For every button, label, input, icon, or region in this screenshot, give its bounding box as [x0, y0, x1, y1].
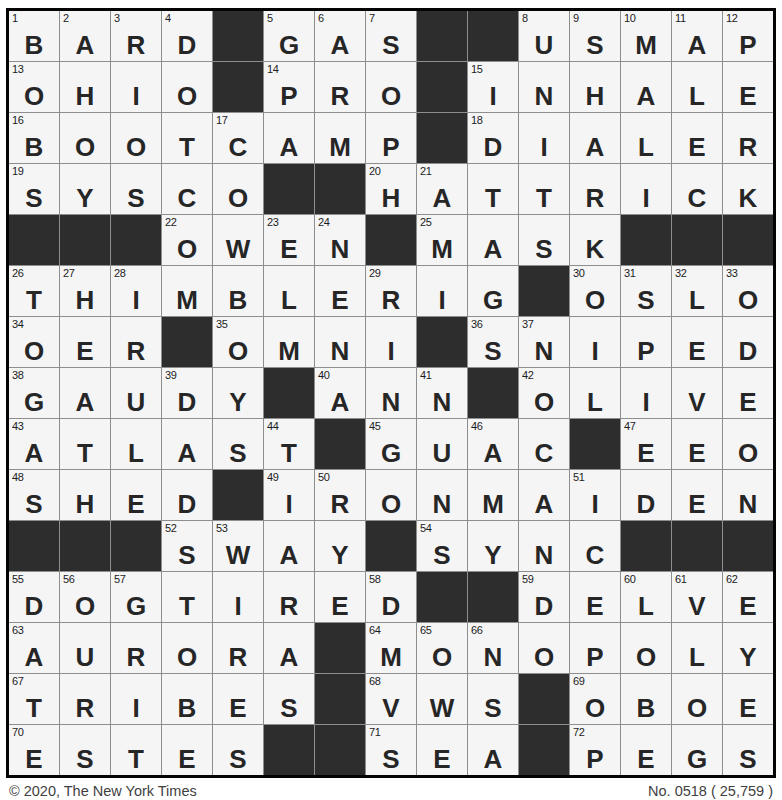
cell-letter: B — [621, 694, 671, 722]
clue-number: 30 — [573, 267, 585, 280]
cell-letter: E — [162, 745, 212, 773]
cell-r3c14[interactable]: E — [672, 113, 722, 163]
cell-r13c8[interactable]: 64M — [366, 623, 416, 673]
cell-r9c3[interactable]: L — [111, 419, 161, 469]
cell-r8c1[interactable]: 38G — [9, 368, 59, 418]
cell-letter: E — [570, 592, 620, 620]
cell-r10c3[interactable]: E — [111, 470, 161, 520]
cell-r2c10[interactable]: 15I — [468, 62, 518, 112]
clue-number: 3 — [114, 12, 120, 25]
cell-r14c13[interactable]: B — [621, 674, 671, 724]
cell-letter: O — [9, 337, 59, 365]
cell-letter: I — [570, 490, 620, 518]
cell-r13c11[interactable]: O — [519, 623, 569, 673]
cell-letter: I — [621, 184, 671, 212]
cell-letter: O — [366, 490, 416, 518]
cell-letter: E — [672, 490, 722, 518]
cell-r11c5[interactable]: 53W — [213, 521, 263, 571]
cell-r9c6[interactable]: 44T — [264, 419, 314, 469]
cell-r12c13[interactable]: 60L — [621, 572, 671, 622]
cell-r5c12[interactable]: K — [570, 215, 620, 265]
cell-r10c12[interactable]: 51I — [570, 470, 620, 520]
clue-number: 28 — [114, 267, 126, 280]
cell-letter: D — [621, 490, 671, 518]
cell-r13c1[interactable]: 63A — [9, 623, 59, 673]
cell-r2c2[interactable]: H — [60, 62, 110, 112]
cell-r6c1[interactable]: 26T — [9, 266, 59, 316]
clue-number: 12 — [726, 12, 738, 25]
cell-r1c8[interactable]: 7S — [366, 11, 416, 61]
cell-r3c3[interactable]: O — [111, 113, 161, 163]
cell-r13c9[interactable]: 65O — [417, 623, 467, 673]
cell-r4c8[interactable]: 20H — [366, 164, 416, 214]
cell-r12c15[interactable]: 62E — [723, 572, 773, 622]
cell-r14c1[interactable]: 67T — [9, 674, 59, 724]
cell-r11c4[interactable]: 52S — [162, 521, 212, 571]
cell-r7c12[interactable]: I — [570, 317, 620, 367]
cell-r1c11[interactable]: 8U — [519, 11, 569, 61]
cell-r8c8[interactable]: N — [366, 368, 416, 418]
cell-r13c13[interactable]: O — [621, 623, 671, 673]
crossword-page: 1B2A3R4D5G6A7S8U9S10M11A12P13OHIO14PRO15… — [0, 8, 782, 800]
cell-r10c9[interactable]: N — [417, 470, 467, 520]
cell-r6c15[interactable]: 33O — [723, 266, 773, 316]
cell-r4c12[interactable]: R — [570, 164, 620, 214]
clue-number: 8 — [522, 12, 528, 25]
cell-r5c7[interactable]: 24N — [315, 215, 365, 265]
cell-letter: R — [111, 337, 161, 365]
cell-r14c15[interactable]: E — [723, 674, 773, 724]
cell-r4c13[interactable]: I — [621, 164, 671, 214]
cell-r13c6[interactable]: A — [264, 623, 314, 673]
cell-r13c15[interactable]: Y — [723, 623, 773, 673]
cell-r4c14[interactable]: C — [672, 164, 722, 214]
cell-letter: W — [213, 235, 263, 263]
cell-r10c11[interactable]: A — [519, 470, 569, 520]
cell-r5c10[interactable]: A — [468, 215, 518, 265]
clue-number: 53 — [216, 522, 228, 535]
cell-letter: I — [111, 694, 161, 722]
cell-r4c5[interactable]: O — [213, 164, 263, 214]
cell-letter: N — [366, 388, 416, 416]
cell-r7c13[interactable]: P — [621, 317, 671, 367]
cell-letter: E — [672, 133, 722, 161]
black-cell-r3c9 — [417, 113, 467, 163]
cell-r3c4[interactable]: T — [162, 113, 212, 163]
cell-letter: I — [264, 490, 314, 518]
cell-r9c1[interactable]: 43A — [9, 419, 59, 469]
cell-r6c12[interactable]: 30O — [570, 266, 620, 316]
cell-letter: O — [570, 286, 620, 314]
cell-letter: E — [621, 745, 671, 773]
clue-number: 22 — [165, 216, 177, 229]
cell-r7c5[interactable]: 35O — [213, 317, 263, 367]
cell-r10c15[interactable]: N — [723, 470, 773, 520]
cell-letter: P — [570, 643, 620, 671]
cell-letter: N — [417, 388, 467, 416]
cell-letter: O — [621, 643, 671, 671]
clue-number: 25 — [420, 216, 432, 229]
cell-r10c7[interactable]: 50R — [315, 470, 365, 520]
cell-r1c1[interactable]: 1B — [9, 11, 59, 61]
cell-r8c3[interactable]: U — [111, 368, 161, 418]
cell-letter: I — [366, 337, 416, 365]
cell-r5c4[interactable]: 22O — [162, 215, 212, 265]
cell-r6c3[interactable]: 28I — [111, 266, 161, 316]
cell-r15c4[interactable]: E — [162, 725, 212, 775]
cell-r15c5[interactable]: S — [213, 725, 263, 775]
cell-letter: P — [621, 337, 671, 365]
black-cell-r7c4 — [162, 317, 212, 367]
cell-r14c6[interactable]: S — [264, 674, 314, 724]
clue-number: 11 — [675, 12, 686, 25]
cell-r8c12[interactable]: L — [570, 368, 620, 418]
cell-r8c15[interactable]: E — [723, 368, 773, 418]
cell-r12c5[interactable]: I — [213, 572, 263, 622]
black-cell-r1c5 — [213, 11, 263, 61]
cell-r15c2[interactable]: S — [60, 725, 110, 775]
cell-r13c5[interactable]: R — [213, 623, 263, 673]
cell-r15c15[interactable]: S — [723, 725, 773, 775]
cell-letter: Y — [315, 541, 365, 569]
cell-r1c4[interactable]: 4D — [162, 11, 212, 61]
clue-number: 15 — [471, 63, 483, 76]
clue-number: 70 — [12, 726, 24, 739]
cell-r6c10[interactable]: G — [468, 266, 518, 316]
cell-letter: B — [162, 694, 212, 722]
cell-r3c12[interactable]: A — [570, 113, 620, 163]
cell-r4c1[interactable]: 19S — [9, 164, 59, 214]
cell-r13c10[interactable]: 66N — [468, 623, 518, 673]
cell-r10c14[interactable]: E — [672, 470, 722, 520]
cell-r9c9[interactable]: U — [417, 419, 467, 469]
cell-r9c15[interactable]: O — [723, 419, 773, 469]
cell-r15c10[interactable]: A — [468, 725, 518, 775]
cell-r15c12[interactable]: 72P — [570, 725, 620, 775]
cell-r8c7[interactable]: 40A — [315, 368, 365, 418]
cell-r15c9[interactable]: E — [417, 725, 467, 775]
cell-r7c6[interactable]: M — [264, 317, 314, 367]
cell-r15c1[interactable]: 70E — [9, 725, 59, 775]
black-cell-r7c9 — [417, 317, 467, 367]
cell-letter: O — [9, 82, 59, 110]
cell-r3c7[interactable]: M — [315, 113, 365, 163]
cell-r1c2[interactable]: 2A — [60, 11, 110, 61]
cell-r2c14[interactable]: L — [672, 62, 722, 112]
cell-r12c7[interactable]: E — [315, 572, 365, 622]
cell-letter: S — [468, 694, 518, 722]
cell-letter: H — [570, 82, 620, 110]
cell-r14c2[interactable]: R — [60, 674, 110, 724]
cell-r12c2[interactable]: 56O — [60, 572, 110, 622]
cell-r14c8[interactable]: 68V — [366, 674, 416, 724]
cell-letter: R — [111, 31, 161, 59]
cell-r7c2[interactable]: E — [60, 317, 110, 367]
cell-r13c4[interactable]: O — [162, 623, 212, 673]
cell-r1c15[interactable]: 12P — [723, 11, 773, 61]
cell-r3c6[interactable]: A — [264, 113, 314, 163]
cell-r2c7[interactable]: R — [315, 62, 365, 112]
cell-r5c9[interactable]: 25M — [417, 215, 467, 265]
clue-number: 45 — [369, 420, 381, 433]
cell-letter: D — [162, 31, 212, 59]
cell-r6c13[interactable]: 31S — [621, 266, 671, 316]
cell-r6c4[interactable]: M — [162, 266, 212, 316]
cell-letter: E — [621, 439, 671, 467]
cell-r3c5[interactable]: 17C — [213, 113, 263, 163]
cell-letter: L — [672, 643, 722, 671]
cell-r4c4[interactable]: C — [162, 164, 212, 214]
black-cell-r5c2 — [60, 215, 110, 265]
cell-letter: A — [315, 388, 365, 416]
cell-r2c6[interactable]: 14P — [264, 62, 314, 112]
cell-r5c6[interactable]: 23E — [264, 215, 314, 265]
cell-r4c15[interactable]: K — [723, 164, 773, 214]
cell-letter: T — [519, 184, 569, 212]
cell-letter: R — [315, 82, 365, 110]
cell-r3c11[interactable]: I — [519, 113, 569, 163]
cell-r4c11[interactable]: T — [519, 164, 569, 214]
cell-r3c10[interactable]: 18D — [468, 113, 518, 163]
cell-r7c14[interactable]: E — [672, 317, 722, 367]
cell-r7c8[interactable]: I — [366, 317, 416, 367]
cell-r6c14[interactable]: 32L — [672, 266, 722, 316]
cell-r11c10[interactable]: Y — [468, 521, 518, 571]
cell-r2c15[interactable]: E — [723, 62, 773, 112]
clue-number: 65 — [420, 624, 432, 637]
crossword-grid: 1B2A3R4D5G6A7S8U9S10M11A12P13OHIO14PRO15… — [6, 8, 776, 778]
cell-r4c10[interactable]: T — [468, 164, 518, 214]
cell-r8c2[interactable]: A — [60, 368, 110, 418]
cell-r12c12[interactable]: E — [570, 572, 620, 622]
cell-r12c8[interactable]: 58D — [366, 572, 416, 622]
clue-number: 14 — [267, 63, 279, 76]
cell-r10c13[interactable]: D — [621, 470, 671, 520]
clue-number: 71 — [369, 726, 381, 739]
clue-number: 39 — [165, 369, 177, 382]
cell-r13c12[interactable]: P — [570, 623, 620, 673]
cell-letter: D — [366, 592, 416, 620]
clue-number: 41 — [420, 369, 432, 382]
cell-letter: A — [468, 439, 518, 467]
cell-r9c10[interactable]: 46A — [468, 419, 518, 469]
cell-r12c3[interactable]: 57G — [111, 572, 161, 622]
cell-r13c14[interactable]: L — [672, 623, 722, 673]
cell-letter: I — [570, 337, 620, 365]
cell-r9c5[interactable]: S — [213, 419, 263, 469]
clue-number: 69 — [573, 675, 585, 688]
cell-r11c7[interactable]: Y — [315, 521, 365, 571]
cell-letter: E — [723, 388, 773, 416]
cell-r2c13[interactable]: A — [621, 62, 671, 112]
cell-letter: H — [60, 286, 110, 314]
black-cell-r11c3 — [111, 521, 161, 571]
cell-letter: B — [213, 286, 263, 314]
cell-r14c9[interactable]: W — [417, 674, 467, 724]
clue-number: 66 — [471, 624, 483, 637]
cell-letter: I — [111, 82, 161, 110]
black-cell-r9c7 — [315, 419, 365, 469]
cell-r8c4[interactable]: 39D — [162, 368, 212, 418]
clue-number: 43 — [12, 420, 24, 433]
cell-r8c5[interactable]: Y — [213, 368, 263, 418]
cell-r15c8[interactable]: 71S — [366, 725, 416, 775]
cell-r15c13[interactable]: E — [621, 725, 671, 775]
cell-r13c3[interactable]: R — [111, 623, 161, 673]
cell-letter: S — [162, 541, 212, 569]
cell-letter: N — [315, 337, 365, 365]
cell-r14c12[interactable]: 69O — [570, 674, 620, 724]
cell-letter: S — [366, 31, 416, 59]
cell-letter: M — [468, 490, 518, 518]
cell-r15c14[interactable]: G — [672, 725, 722, 775]
cell-letter: S — [519, 235, 569, 263]
cell-r3c15[interactable]: R — [723, 113, 773, 163]
cell-r11c12[interactable]: C — [570, 521, 620, 571]
cell-letter: D — [519, 592, 569, 620]
cell-r1c6[interactable]: 5G — [264, 11, 314, 61]
cell-r1c7[interactable]: 6A — [315, 11, 365, 61]
black-cell-r8c6 — [264, 368, 314, 418]
cell-r12c4[interactable]: T — [162, 572, 212, 622]
cell-r7c11[interactable]: 37N — [519, 317, 569, 367]
cell-letter: R — [213, 643, 263, 671]
cell-r11c9[interactable]: 54S — [417, 521, 467, 571]
cell-letter: T — [264, 439, 314, 467]
cell-letter: E — [723, 694, 773, 722]
cell-r8c9[interactable]: 41N — [417, 368, 467, 418]
cell-letter: V — [366, 694, 416, 722]
cell-letter: U — [111, 388, 161, 416]
cell-r4c9[interactable]: 21A — [417, 164, 467, 214]
cell-r3c13[interactable]: L — [621, 113, 671, 163]
cell-r6c9[interactable]: I — [417, 266, 467, 316]
cell-r4c2[interactable]: Y — [60, 164, 110, 214]
cell-r7c3[interactable]: R — [111, 317, 161, 367]
puzzle-number: No. 0518 ( 25,759 ) — [648, 783, 773, 799]
cell-r9c2[interactable]: T — [60, 419, 110, 469]
cell-r15c3[interactable]: T — [111, 725, 161, 775]
cell-r8c11[interactable]: 42O — [519, 368, 569, 418]
cell-r12c11[interactable]: 59D — [519, 572, 569, 622]
cell-r2c3[interactable]: I — [111, 62, 161, 112]
cell-letter: O — [519, 643, 569, 671]
cell-r10c10[interactable]: M — [468, 470, 518, 520]
cell-r2c4[interactable]: O — [162, 62, 212, 112]
cell-r11c11[interactable]: N — [519, 521, 569, 571]
cell-letter: D — [723, 337, 773, 365]
cell-letter: S — [9, 184, 59, 212]
cell-r2c1[interactable]: 13O — [9, 62, 59, 112]
cell-r6c2[interactable]: 27H — [60, 266, 110, 316]
cell-r4c3[interactable]: S — [111, 164, 161, 214]
cell-r10c4[interactable]: D — [162, 470, 212, 520]
cell-r9c13[interactable]: 47E — [621, 419, 671, 469]
black-cell-r14c7 — [315, 674, 365, 724]
cell-r10c1[interactable]: 48S — [9, 470, 59, 520]
cell-letter: A — [417, 184, 467, 212]
cell-r11c6[interactable]: A — [264, 521, 314, 571]
cell-r7c1[interactable]: 34O — [9, 317, 59, 367]
cell-r6c6[interactable]: L — [264, 266, 314, 316]
cell-letter: C — [570, 541, 620, 569]
cell-letter: N — [519, 541, 569, 569]
cell-r9c14[interactable]: E — [672, 419, 722, 469]
cell-r12c14[interactable]: 61V — [672, 572, 722, 622]
cell-letter: O — [519, 388, 569, 416]
cell-letter: A — [9, 643, 59, 671]
cell-r7c10[interactable]: 36S — [468, 317, 518, 367]
cell-letter: E — [213, 694, 263, 722]
cell-r14c5[interactable]: E — [213, 674, 263, 724]
cell-r14c4[interactable]: B — [162, 674, 212, 724]
cell-r8c14[interactable]: V — [672, 368, 722, 418]
clue-number: 2 — [63, 12, 69, 25]
cell-letter: A — [468, 235, 518, 263]
cell-letter: A — [60, 388, 110, 416]
cell-r9c8[interactable]: 45G — [366, 419, 416, 469]
black-cell-r11c2 — [60, 521, 110, 571]
cell-r6c8[interactable]: 29R — [366, 266, 416, 316]
cell-r10c6[interactable]: 49I — [264, 470, 314, 520]
cell-r7c7[interactable]: N — [315, 317, 365, 367]
black-cell-r14c11 — [519, 674, 569, 724]
cell-letter: O — [213, 184, 263, 212]
cell-r1c12[interactable]: 9S — [570, 11, 620, 61]
black-cell-r15c7 — [315, 725, 365, 775]
cell-letter: V — [672, 592, 722, 620]
cell-r1c3[interactable]: 3R — [111, 11, 161, 61]
cell-r3c2[interactable]: O — [60, 113, 110, 163]
cell-r14c14[interactable]: O — [672, 674, 722, 724]
cell-r6c5[interactable]: B — [213, 266, 263, 316]
cell-r8c13[interactable]: I — [621, 368, 671, 418]
cell-letter: A — [570, 133, 620, 161]
black-cell-r4c7 — [315, 164, 365, 214]
cell-r10c2[interactable]: H — [60, 470, 110, 520]
cell-r14c10[interactable]: S — [468, 674, 518, 724]
cell-r12c1[interactable]: 55D — [9, 572, 59, 622]
cell-letter: L — [264, 286, 314, 314]
cell-letter: I — [417, 286, 467, 314]
cell-r9c11[interactable]: C — [519, 419, 569, 469]
cell-r1c13[interactable]: 10M — [621, 11, 671, 61]
clue-number: 52 — [165, 522, 177, 535]
cell-r9c4[interactable]: A — [162, 419, 212, 469]
cell-letter: R — [570, 184, 620, 212]
clue-number: 21 — [420, 165, 432, 178]
cell-r3c8[interactable]: P — [366, 113, 416, 163]
cell-r7c15[interactable]: D — [723, 317, 773, 367]
cell-letter: I — [468, 82, 518, 110]
cell-r6c7[interactable]: E — [315, 266, 365, 316]
cell-r12c6[interactable]: R — [264, 572, 314, 622]
cell-r13c2[interactable]: U — [60, 623, 110, 673]
cell-letter: E — [315, 592, 365, 620]
cell-letter: B — [9, 133, 59, 161]
cell-r1c14[interactable]: 11A — [672, 11, 722, 61]
cell-r2c12[interactable]: H — [570, 62, 620, 112]
cell-letter: A — [9, 439, 59, 467]
cell-r14c3[interactable]: I — [111, 674, 161, 724]
cell-r5c5[interactable]: W — [213, 215, 263, 265]
cell-r2c11[interactable]: N — [519, 62, 569, 112]
cell-r2c8[interactable]: O — [366, 62, 416, 112]
cell-r5c11[interactable]: S — [519, 215, 569, 265]
cell-r3c1[interactable]: 16B — [9, 113, 59, 163]
cell-r10c8[interactable]: O — [366, 470, 416, 520]
black-cell-r15c6 — [264, 725, 314, 775]
